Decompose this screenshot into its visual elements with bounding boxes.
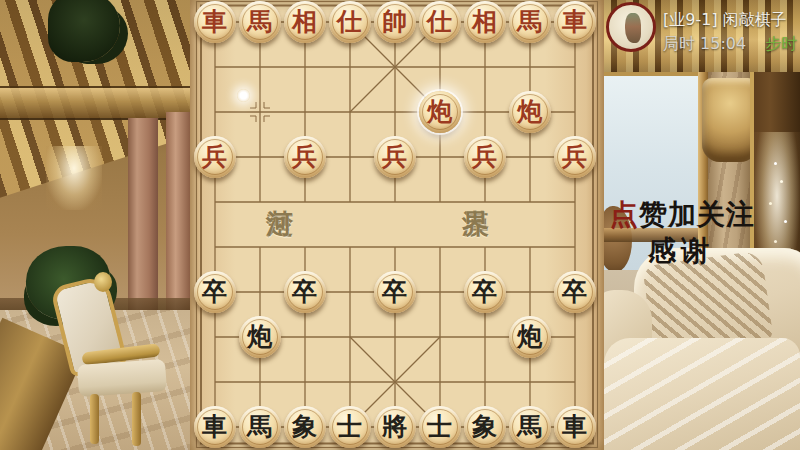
piece-red-r3c6[interactable]: 兵 [464,136,506,178]
game-time-label: 局时 [663,34,695,53]
piece-red-r2c5[interactable]: 炮 [419,91,461,133]
piece-black-r7c1[interactable]: 炮 [239,316,281,358]
game-time-value: 15:04 [700,34,746,53]
piece-black-r9c8[interactable]: 車 [554,406,596,448]
gilded-chair-leg [132,392,141,446]
streamer-username: [业9-1] 闲敲棋子 [663,10,800,31]
piece-black-r6c6[interactable]: 卒 [464,271,506,313]
piece-black-r9c0[interactable]: 車 [194,406,236,448]
piece-black-r6c8[interactable]: 卒 [554,271,596,313]
caption-line1: 点赞加关注 [610,196,762,234]
piece-red-r0c2[interactable]: 相 [284,1,326,43]
piece-red-r3c4[interactable]: 兵 [374,136,416,178]
piece-black-r9c1[interactable]: 馬 [239,406,281,448]
piece-black-r9c3[interactable]: 士 [329,406,371,448]
timer-row: 局时 15:04 步时 0 [663,34,800,55]
marble-column [128,118,158,318]
xiangqi-board[interactable]: 楚 河 漢 界 車馬相仕帥仕相馬車炮炮兵兵兵兵兵卒卒卒卒卒炮炮車馬象士將士象馬車 [190,0,604,450]
piece-black-r9c5[interactable]: 士 [419,406,461,448]
stream-frame: 楚 河 漢 界 車馬相仕帥仕相馬車炮炮兵兵兵兵兵卒卒卒卒卒炮炮車馬象士將士象馬車… [0,0,800,450]
move-time-label: 步时 [751,34,797,53]
piece-black-r6c2[interactable]: 卒 [284,271,326,313]
piece-black-r6c0[interactable]: 卒 [194,271,236,313]
piece-black-r9c2[interactable]: 象 [284,406,326,448]
caption-line1-rest: 赞加关注 [639,198,755,231]
gilded-chair-leg [90,394,99,444]
piece-black-r9c7[interactable]: 馬 [509,406,551,448]
piece-black-r7c7[interactable]: 炮 [509,316,551,358]
piece-red-r0c7[interactable]: 馬 [509,1,551,43]
piece-red-r2c7[interactable]: 炮 [509,91,551,133]
gilded-chair-seat [77,359,167,397]
crystal-chandelier [46,146,102,210]
piece-red-r3c8[interactable]: 兵 [554,136,596,178]
caption-char1: 点 [610,198,639,231]
gold-cornice [0,86,190,120]
couch-seat-cushion [604,338,800,450]
streamer-avatar[interactable] [606,2,656,52]
piece-black-r9c6[interactable]: 象 [464,406,506,448]
piece-red-r0c6[interactable]: 相 [464,1,506,43]
piece-red-r0c8[interactable]: 車 [554,1,596,43]
piece-red-r0c3[interactable]: 仕 [329,1,371,43]
piece-black-r9c4[interactable]: 將 [374,406,416,448]
piece-red-r0c1[interactable]: 馬 [239,1,281,43]
piece-red-r0c0[interactable]: 車 [194,1,236,43]
piece-red-r3c0[interactable]: 兵 [194,136,236,178]
piece-black-r6c4[interactable]: 卒 [374,271,416,313]
board-grid: 車馬相仕帥仕相馬車炮炮兵兵兵兵兵卒卒卒卒卒炮炮車馬象士將士象馬車 [192,0,597,449]
caption-line2: 感谢 [648,232,748,270]
piece-red-r0c4[interactable]: 帥 [374,1,416,43]
piece-red-r0c5[interactable]: 仕 [419,1,461,43]
piece-red-r3c2[interactable]: 兵 [284,136,326,178]
marble-column [166,112,190,322]
last-move-origin-marker [237,89,250,102]
gilded-chair-finial [94,272,112,292]
background-left-room [0,0,190,450]
